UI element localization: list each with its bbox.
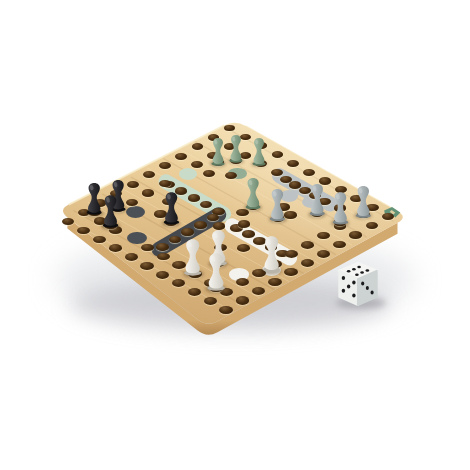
die-pip xyxy=(366,269,370,272)
board-play-area xyxy=(0,0,470,470)
pawn-green-4[interactable] xyxy=(243,177,263,210)
die-pip xyxy=(357,266,361,269)
board-hole xyxy=(333,241,346,249)
board-hole xyxy=(172,279,185,287)
die-pip xyxy=(347,285,350,289)
board-hole xyxy=(140,262,153,270)
board-hole xyxy=(236,278,249,286)
board-hole xyxy=(301,259,314,267)
board-hole xyxy=(159,162,171,169)
board-hole xyxy=(77,227,90,235)
board-hole xyxy=(143,171,155,178)
pawn-white-2[interactable] xyxy=(260,235,283,273)
board-hole xyxy=(272,151,284,158)
board-hole xyxy=(159,180,171,187)
die[interactable] xyxy=(336,261,380,307)
pawn-green-3[interactable] xyxy=(250,137,268,166)
board-hole xyxy=(317,250,330,258)
board-hole xyxy=(109,244,122,252)
board-hole xyxy=(382,213,394,220)
board-hole xyxy=(188,288,202,296)
board-hole xyxy=(194,221,207,229)
pawn-green-2[interactable] xyxy=(209,137,227,166)
board-hole xyxy=(237,244,250,252)
die-pip xyxy=(360,271,364,274)
board-hole xyxy=(175,153,187,160)
board-hole xyxy=(203,170,215,177)
pawn-black-4[interactable] xyxy=(100,194,121,228)
board-hole xyxy=(156,271,169,279)
board-hole xyxy=(284,268,297,276)
board-hole xyxy=(252,287,266,295)
pawn-grey-4[interactable] xyxy=(330,191,351,225)
board-hole xyxy=(349,231,362,239)
pawn-grey-1[interactable] xyxy=(307,183,328,216)
charcoal-start-ring-2 xyxy=(127,232,146,244)
board-hole xyxy=(142,189,154,196)
board-hole xyxy=(303,169,315,176)
pawn-white-4[interactable] xyxy=(204,252,228,291)
die-pip xyxy=(347,270,351,273)
board-hole xyxy=(125,253,138,261)
charcoal-start-ring-1 xyxy=(126,206,145,218)
pawn-black-3[interactable] xyxy=(161,191,182,225)
die-pip xyxy=(352,281,355,285)
board-hole xyxy=(62,218,75,226)
board-hole xyxy=(219,306,233,314)
board-hole xyxy=(242,230,255,238)
die-pip xyxy=(342,276,345,280)
board-hole xyxy=(192,143,203,150)
board-hole xyxy=(236,296,250,304)
pawn-grey-2[interactable] xyxy=(353,185,374,218)
pawn-green-1[interactable] xyxy=(227,134,245,163)
die-pip xyxy=(366,286,369,290)
board-hole xyxy=(188,194,200,201)
board-hole xyxy=(287,160,299,167)
pawn-white-3[interactable] xyxy=(181,238,204,276)
mint-start-ring-1 xyxy=(179,168,198,180)
die-pip xyxy=(352,293,355,297)
board-hole xyxy=(204,297,218,305)
die-pip xyxy=(355,273,359,276)
die-pip xyxy=(361,282,364,286)
board-hole xyxy=(157,253,170,261)
die-pip xyxy=(352,268,356,271)
die-pip xyxy=(342,289,345,293)
board-hole xyxy=(238,220,251,228)
board-hole xyxy=(191,161,203,168)
board-hole xyxy=(156,243,169,251)
pawn-grey-3[interactable] xyxy=(267,188,288,221)
board-hole xyxy=(93,236,106,244)
board-hole xyxy=(225,172,237,179)
die-pip xyxy=(371,290,374,294)
board-hole xyxy=(366,222,379,230)
board-hole xyxy=(268,278,281,286)
board-hole xyxy=(301,241,314,249)
product-photo-scene xyxy=(0,0,470,470)
board-hole xyxy=(317,232,330,240)
board-hole xyxy=(224,125,235,132)
board-hole xyxy=(127,181,139,188)
